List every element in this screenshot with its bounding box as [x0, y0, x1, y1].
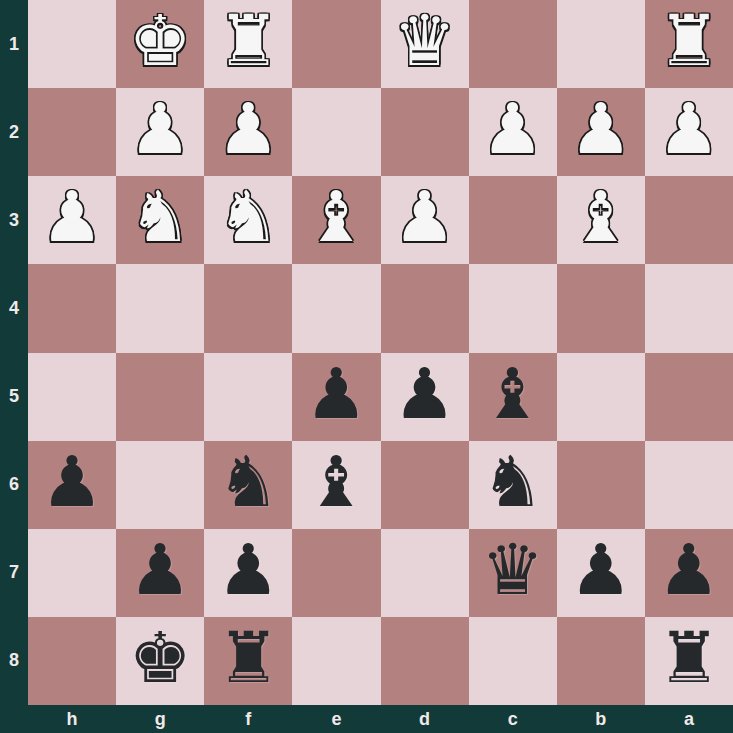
- square-b1[interactable]: [557, 0, 645, 88]
- square-a4[interactable]: [645, 264, 733, 352]
- chess-board: 1♚♜♛♜2♟♟♟♟♟3♟♞♞♝♟♝45♟♟♝6♟♞♝♞7♟♟♛♟♟8♚♜♜hg…: [0, 0, 733, 733]
- square-b5[interactable]: [557, 353, 645, 441]
- black-rook[interactable]: ♜: [217, 614, 280, 702]
- white-pawn[interactable]: ♟: [217, 85, 280, 173]
- square-h8[interactable]: [28, 617, 116, 705]
- corner-gutter: [0, 705, 28, 733]
- black-pawn[interactable]: ♟: [129, 526, 192, 614]
- rank-label-8: 8: [0, 617, 28, 705]
- square-g7[interactable]: ♟: [116, 529, 204, 617]
- white-bishop[interactable]: ♝: [305, 173, 368, 261]
- file-label-c: c: [469, 705, 557, 733]
- square-e8[interactable]: [292, 617, 380, 705]
- square-e1[interactable]: [292, 0, 380, 88]
- square-e3[interactable]: ♝: [292, 176, 380, 264]
- square-g8[interactable]: ♚: [116, 617, 204, 705]
- square-a1[interactable]: ♜: [645, 0, 733, 88]
- black-queen[interactable]: ♛: [481, 526, 544, 614]
- square-h2[interactable]: [28, 88, 116, 176]
- square-f5[interactable]: [204, 353, 292, 441]
- black-knight[interactable]: ♞: [217, 438, 280, 526]
- square-e4[interactable]: [292, 264, 380, 352]
- square-b4[interactable]: [557, 264, 645, 352]
- square-h7[interactable]: [28, 529, 116, 617]
- square-c4[interactable]: [469, 264, 557, 352]
- square-f8[interactable]: ♜: [204, 617, 292, 705]
- square-b2[interactable]: ♟: [557, 88, 645, 176]
- square-h6[interactable]: ♟: [28, 441, 116, 529]
- black-pawn[interactable]: ♟: [217, 526, 280, 614]
- file-label-h: h: [28, 705, 116, 733]
- square-d3[interactable]: ♟: [381, 176, 469, 264]
- square-c6[interactable]: ♞: [469, 441, 557, 529]
- square-c2[interactable]: ♟: [469, 88, 557, 176]
- square-a8[interactable]: ♜: [645, 617, 733, 705]
- white-pawn[interactable]: ♟: [481, 85, 544, 173]
- square-d2[interactable]: [381, 88, 469, 176]
- rank-label-3: 3: [0, 176, 28, 264]
- square-g4[interactable]: [116, 264, 204, 352]
- square-b6[interactable]: [557, 441, 645, 529]
- file-label-d: d: [381, 705, 469, 733]
- square-g6[interactable]: [116, 441, 204, 529]
- square-b8[interactable]: [557, 617, 645, 705]
- square-f6[interactable]: ♞: [204, 441, 292, 529]
- square-f3[interactable]: ♞: [204, 176, 292, 264]
- black-pawn[interactable]: ♟: [41, 438, 104, 526]
- black-pawn[interactable]: ♟: [658, 526, 721, 614]
- square-a6[interactable]: [645, 441, 733, 529]
- white-pawn[interactable]: ♟: [41, 173, 104, 261]
- square-d8[interactable]: [381, 617, 469, 705]
- square-c1[interactable]: [469, 0, 557, 88]
- square-a5[interactable]: [645, 353, 733, 441]
- square-a7[interactable]: ♟: [645, 529, 733, 617]
- white-pawn[interactable]: ♟: [129, 85, 192, 173]
- square-d1[interactable]: ♛: [381, 0, 469, 88]
- rank-label-7: 7: [0, 529, 28, 617]
- white-king[interactable]: ♚: [129, 0, 192, 85]
- black-pawn[interactable]: ♟: [393, 350, 456, 438]
- square-h1[interactable]: [28, 0, 116, 88]
- square-d5[interactable]: ♟: [381, 353, 469, 441]
- white-pawn[interactable]: ♟: [658, 85, 721, 173]
- square-d4[interactable]: [381, 264, 469, 352]
- square-b7[interactable]: ♟: [557, 529, 645, 617]
- white-pawn[interactable]: ♟: [393, 173, 456, 261]
- file-label-e: e: [292, 705, 380, 733]
- white-queen[interactable]: ♛: [393, 0, 456, 85]
- square-c5[interactable]: ♝: [469, 353, 557, 441]
- square-e2[interactable]: [292, 88, 380, 176]
- file-label-a: a: [645, 705, 733, 733]
- black-rook[interactable]: ♜: [658, 614, 721, 702]
- white-pawn[interactable]: ♟: [569, 85, 632, 173]
- white-bishop[interactable]: ♝: [569, 173, 632, 261]
- square-e7[interactable]: [292, 529, 380, 617]
- square-h3[interactable]: ♟: [28, 176, 116, 264]
- file-label-f: f: [204, 705, 292, 733]
- square-e6[interactable]: ♝: [292, 441, 380, 529]
- white-knight[interactable]: ♞: [217, 173, 280, 261]
- black-pawn[interactable]: ♟: [569, 526, 632, 614]
- square-c3[interactable]: [469, 176, 557, 264]
- white-knight[interactable]: ♞: [129, 173, 192, 261]
- black-king[interactable]: ♚: [129, 614, 192, 702]
- square-a3[interactable]: [645, 176, 733, 264]
- square-f7[interactable]: ♟: [204, 529, 292, 617]
- square-d7[interactable]: [381, 529, 469, 617]
- rank-label-4: 4: [0, 264, 28, 352]
- file-label-b: b: [557, 705, 645, 733]
- rank-label-1: 1: [0, 0, 28, 88]
- rank-label-5: 5: [0, 353, 28, 441]
- square-g5[interactable]: [116, 353, 204, 441]
- black-knight[interactable]: ♞: [481, 438, 544, 526]
- square-f4[interactable]: [204, 264, 292, 352]
- square-b3[interactable]: ♝: [557, 176, 645, 264]
- white-rook[interactable]: ♜: [658, 0, 721, 85]
- black-pawn[interactable]: ♟: [305, 350, 368, 438]
- file-label-g: g: [116, 705, 204, 733]
- square-a2[interactable]: ♟: [645, 88, 733, 176]
- square-f1[interactable]: ♜: [204, 0, 292, 88]
- square-d6[interactable]: [381, 441, 469, 529]
- square-g3[interactable]: ♞: [116, 176, 204, 264]
- square-f2[interactable]: ♟: [204, 88, 292, 176]
- rank-label-6: 6: [0, 441, 28, 529]
- black-bishop[interactable]: ♝: [305, 438, 368, 526]
- white-rook[interactable]: ♜: [217, 0, 280, 85]
- black-bishop[interactable]: ♝: [481, 350, 544, 438]
- square-c8[interactable]: [469, 617, 557, 705]
- square-g2[interactable]: ♟: [116, 88, 204, 176]
- square-h5[interactable]: [28, 353, 116, 441]
- square-h4[interactable]: [28, 264, 116, 352]
- square-g1[interactable]: ♚: [116, 0, 204, 88]
- square-e5[interactable]: ♟: [292, 353, 380, 441]
- rank-label-2: 2: [0, 88, 28, 176]
- square-c7[interactable]: ♛: [469, 529, 557, 617]
